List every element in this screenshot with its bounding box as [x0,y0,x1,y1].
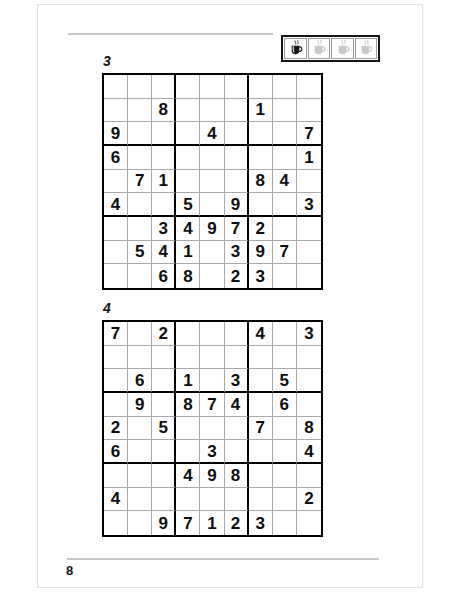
sudoku-cell [249,464,273,488]
sudoku-cell [225,488,249,512]
sudoku-cell [273,217,297,241]
sudoku-cell: 1 [152,170,176,194]
sudoku-cell: 5 [176,193,200,217]
sudoku-cell [104,464,128,488]
sudoku-cell: 2 [249,217,273,241]
sudoku-cell: 1 [176,369,200,393]
sudoku-cell [273,511,297,535]
sudoku-cell [128,440,152,464]
sudoku-cell: 4 [176,217,200,241]
sudoku-cell [225,170,249,194]
sudoku-cell [297,369,321,393]
sudoku-cell: 9 [104,122,128,146]
sudoku-cell: 3 [297,193,321,217]
sudoku-cell [249,369,273,393]
sudoku-cell [128,75,152,99]
sudoku-cell [128,464,152,488]
sudoku-cell [128,193,152,217]
sudoku-cell: 7 [128,170,152,194]
sudoku-cell [152,75,176,99]
sudoku-cell: 1 [249,99,273,123]
sudoku-cell [297,464,321,488]
sudoku-cell [225,122,249,146]
sudoku-cell [176,488,200,512]
puzzle-number-label: 4 [103,300,111,316]
sudoku-cell [249,488,273,512]
sudoku-cell [225,346,249,370]
coffee-cup-icon [310,39,327,58]
sudoku-cell: 6 [273,393,297,417]
sudoku-cell: 9 [200,464,224,488]
sudoku-cell: 2 [104,417,128,441]
sudoku-cell: 3 [200,440,224,464]
sudoku-cell [128,417,152,441]
sudoku-cell: 2 [297,488,321,512]
sudoku-cell: 4 [273,170,297,194]
sudoku-cell [297,170,321,194]
sudoku-cell: 5 [273,369,297,393]
sudoku-cell: 8 [152,99,176,123]
sudoku-cell: 1 [200,511,224,535]
sudoku-cell [152,488,176,512]
sudoku-cell [128,346,152,370]
sudoku-cell: 4 [225,393,249,417]
coffee-cup-icon [334,39,351,58]
sudoku-cell [200,417,224,441]
sudoku-cell [297,217,321,241]
sudoku-cell: 6 [152,264,176,288]
sudoku-cell: 7 [176,511,200,535]
sudoku-cell [128,217,152,241]
sudoku-cell: 4 [152,241,176,265]
sudoku-cell [128,99,152,123]
sudoku-cell [225,99,249,123]
sudoku-cell [128,511,152,535]
sudoku-cell [249,75,273,99]
sudoku-cell: 3 [249,264,273,288]
sudoku-cell [152,193,176,217]
sudoku-cell [249,440,273,464]
sudoku-grid: 819476171844593349725413976823 [102,73,323,290]
sudoku-cell: 3 [225,369,249,393]
sudoku-cell [200,146,224,170]
sudoku-cell [273,99,297,123]
sudoku-cell [297,264,321,288]
sudoku-cell [225,440,249,464]
coffee-cup-icon [357,39,374,58]
sudoku-cell: 4 [176,464,200,488]
sudoku-cell [273,488,297,512]
sudoku-cell: 6 [104,146,128,170]
sudoku-cell [104,346,128,370]
sudoku-cell [297,511,321,535]
sudoku-cell: 4 [200,122,224,146]
sudoku-cell [200,193,224,217]
sudoku-cell [297,241,321,265]
sudoku-cell: 3 [249,511,273,535]
coffee-cup-icon [287,39,304,58]
sudoku-cell: 6 [128,369,152,393]
sudoku-cell [176,346,200,370]
sudoku-cell [200,346,224,370]
sudoku-cell: 2 [225,264,249,288]
book-page: 3 819476171844593349725413976823 4 72436… [37,4,423,588]
sudoku-cell: 5 [128,241,152,265]
sudoku-cell [152,122,176,146]
sudoku-cell [176,170,200,194]
sudoku-cell [152,440,176,464]
sudoku-cell: 9 [200,217,224,241]
sudoku-cell: 9 [249,241,273,265]
sudoku-cell: 2 [225,511,249,535]
sudoku-cell [225,146,249,170]
sudoku-cell [200,241,224,265]
sudoku-cell [225,75,249,99]
sudoku-cell [128,488,152,512]
sudoku-cell [273,193,297,217]
puzzle-number-label: 3 [103,53,111,69]
sudoku-cell: 8 [176,393,200,417]
sudoku-cell: 7 [200,393,224,417]
sudoku-cell: 9 [128,393,152,417]
sudoku-cell [104,241,128,265]
sudoku-cell [104,170,128,194]
sudoku-cell [249,346,273,370]
sudoku-cell [104,511,128,535]
sudoku-cell: 4 [249,322,273,346]
sudoku-cell: 4 [104,193,128,217]
sudoku-cell [273,264,297,288]
sudoku-cell [249,122,273,146]
sudoku-cell [128,122,152,146]
sudoku-cell [249,393,273,417]
sudoku-cell: 7 [249,417,273,441]
sudoku-cell [104,393,128,417]
sudoku-cell: 4 [297,440,321,464]
sudoku-cell [128,322,152,346]
sudoku-cell: 3 [297,322,321,346]
sudoku-cell [200,99,224,123]
sudoku-cell: 7 [225,217,249,241]
page-number: 8 [66,563,73,578]
sudoku-cell: 8 [176,264,200,288]
sudoku-cell [104,99,128,123]
difficulty-cup-cell [331,38,354,59]
sudoku-cell [200,488,224,512]
sudoku-cell [200,369,224,393]
page-canvas: 3 819476171844593349725413976823 4 72436… [0,0,459,594]
sudoku-cell [273,464,297,488]
sudoku-cell [273,417,297,441]
sudoku-cell: 8 [297,417,321,441]
sudoku-cell: 7 [297,122,321,146]
sudoku-cell [176,417,200,441]
sudoku-cell [297,75,321,99]
difficulty-box [281,35,380,62]
sudoku-cell [128,146,152,170]
sudoku-cell [152,346,176,370]
sudoku-cell: 9 [152,511,176,535]
sudoku-cell: 3 [152,217,176,241]
sudoku-cell [104,217,128,241]
sudoku-cell: 6 [104,440,128,464]
sudoku-cell [273,440,297,464]
sudoku-cell: 9 [225,193,249,217]
sudoku-cell [152,393,176,417]
sudoku-cell: 7 [273,241,297,265]
sudoku-cell [176,75,200,99]
sudoku-cell [128,264,152,288]
sudoku-cell: 7 [104,322,128,346]
sudoku-cell [152,146,176,170]
sudoku-cell [176,99,200,123]
sudoku-cell [225,322,249,346]
sudoku-cell [273,322,297,346]
sudoku-cell [273,122,297,146]
sudoku-cell [200,322,224,346]
sudoku-cell [225,417,249,441]
sudoku-cell: 3 [225,241,249,265]
sudoku-cell: 8 [225,464,249,488]
sudoku-cell [273,75,297,99]
sudoku-cell [104,75,128,99]
header-rule [68,33,273,35]
sudoku-cell [152,464,176,488]
sudoku-cell [297,99,321,123]
sudoku-cell: 1 [297,146,321,170]
sudoku-cell [176,122,200,146]
sudoku-cell [200,75,224,99]
sudoku-cell [176,440,200,464]
sudoku-cell [297,346,321,370]
difficulty-cup-cell [355,38,378,59]
sudoku-cell: 8 [249,170,273,194]
sudoku-cell [249,146,273,170]
sudoku-cell [104,369,128,393]
sudoku-cell: 2 [152,322,176,346]
sudoku-cell [200,170,224,194]
sudoku-cell [176,322,200,346]
difficulty-cup-cell [284,38,307,59]
sudoku-cell: 5 [152,417,176,441]
sudoku-cell [249,193,273,217]
sudoku-cell: 1 [176,241,200,265]
sudoku-cell [152,369,176,393]
sudoku-cell [200,264,224,288]
sudoku-cell [273,146,297,170]
difficulty-cup-cell [308,38,331,59]
sudoku-cell [297,393,321,417]
sudoku-cell: 4 [104,488,128,512]
footer-rule [67,558,379,560]
sudoku-grid: 724361359874625786344984297123 [102,320,323,537]
sudoku-cell [176,146,200,170]
sudoku-cell [104,264,128,288]
sudoku-cell [273,346,297,370]
